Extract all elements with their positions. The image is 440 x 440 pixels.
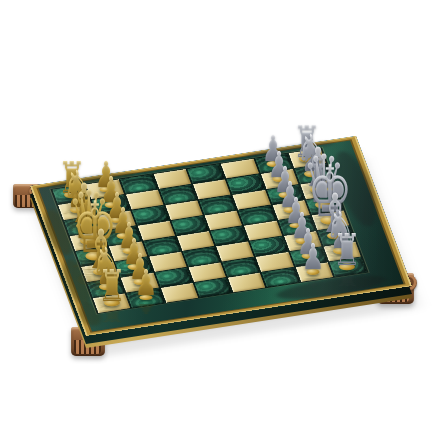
piece-glyph: ♜ xyxy=(333,227,361,271)
chess-set-scene: ♜♜♞♞♝♝♛♛♚♚♝♝♞♞♜♜♟♟♟♟♟♟♟♟♟♟♟♟♟♟♟♟♟♟♟♟♟♟♟♟… xyxy=(0,0,440,440)
square-h5[interactable] xyxy=(228,273,265,293)
square-h3[interactable] xyxy=(160,283,197,303)
piece-glyph: ♟ xyxy=(134,265,157,301)
square-h4[interactable] xyxy=(194,278,231,298)
piece-glyph: ♜ xyxy=(98,263,126,307)
square-h6[interactable] xyxy=(262,267,299,287)
piece-glyph: ♟ xyxy=(302,239,325,275)
